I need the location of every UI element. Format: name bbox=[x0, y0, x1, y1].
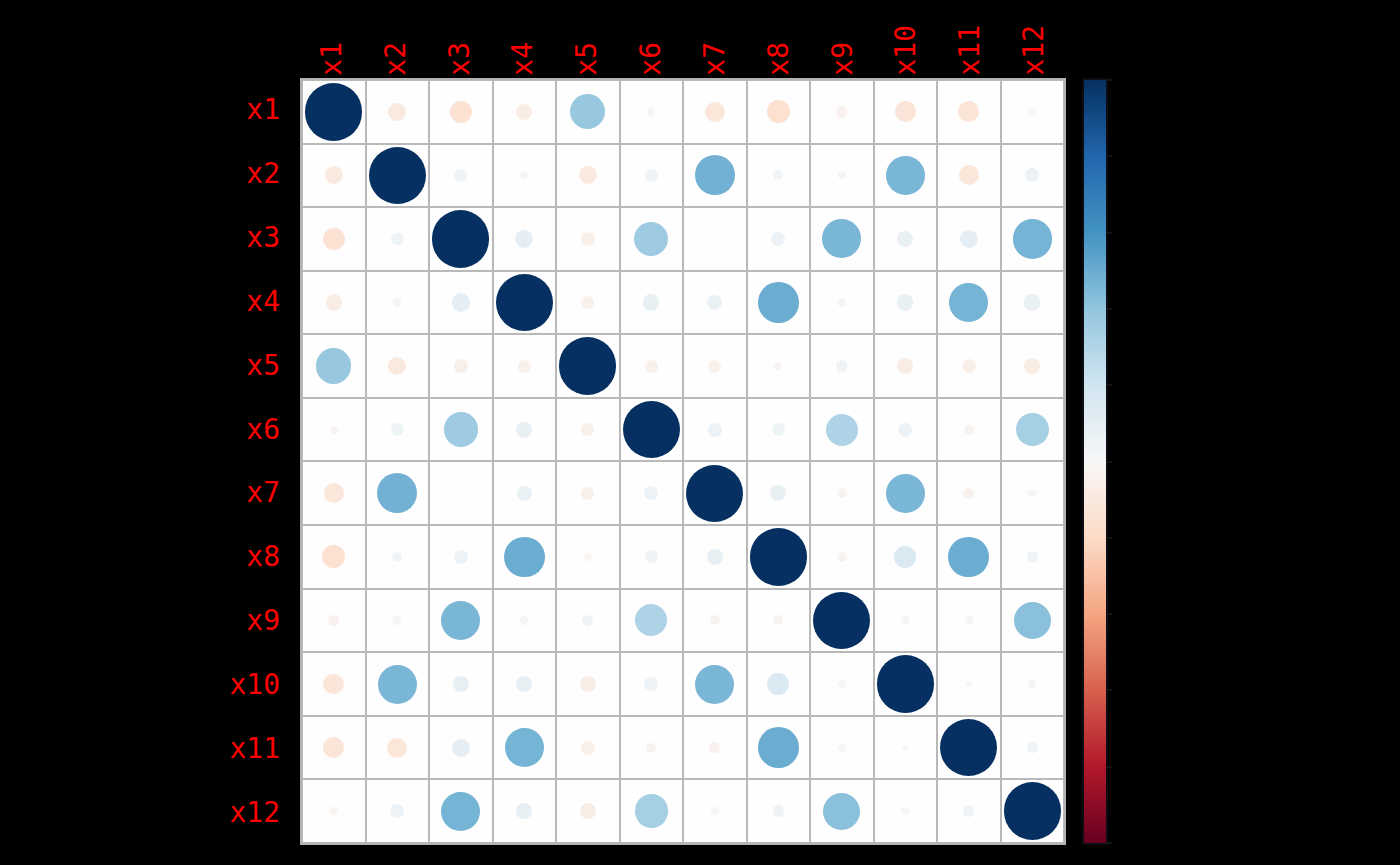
matrix-cell-x4-x2 bbox=[366, 271, 430, 335]
correlation-bubble bbox=[390, 804, 404, 818]
correlation-bubble bbox=[324, 483, 344, 503]
correlation-bubble bbox=[960, 230, 978, 248]
colorbar-tick bbox=[1106, 689, 1112, 691]
matrix-cell-x2-x8 bbox=[747, 144, 811, 208]
correlation-bubble bbox=[454, 359, 468, 373]
matrix-cell-x3-x6 bbox=[620, 207, 684, 271]
correlation-bubble bbox=[580, 803, 596, 819]
correlation-bubble bbox=[580, 676, 596, 692]
colorbar-tick bbox=[1106, 537, 1112, 539]
correlation-bubble bbox=[886, 156, 925, 195]
matrix-cell-x8-x5 bbox=[556, 525, 620, 589]
correlation-bubble bbox=[771, 232, 785, 246]
correlation-bubble bbox=[1013, 219, 1052, 258]
matrix-cell-x2-x10 bbox=[874, 144, 938, 208]
matrix-cell-x5-x1 bbox=[302, 334, 366, 398]
correlation-bubble bbox=[837, 488, 847, 498]
correlation-bubble bbox=[581, 232, 595, 246]
correlation-bubble bbox=[773, 805, 784, 816]
row-label-x11: x11 bbox=[0, 717, 290, 781]
matrix-cell-x9-x8 bbox=[747, 589, 811, 653]
matrix-cell-x5-x4 bbox=[493, 334, 557, 398]
correlation-bubble bbox=[836, 360, 847, 371]
correlation-bubble bbox=[305, 83, 362, 140]
col-label-text: x12 bbox=[1020, 25, 1048, 76]
correlation-bubble bbox=[644, 677, 658, 691]
matrix-cell-x1-x8 bbox=[747, 80, 811, 144]
matrix-cell-x11-x6 bbox=[620, 716, 684, 780]
matrix-cell-x2-x9 bbox=[810, 144, 874, 208]
correlation-bubble bbox=[1004, 782, 1061, 839]
correlation-bubble bbox=[964, 425, 974, 435]
matrix-cell-x10-x7 bbox=[683, 652, 747, 716]
correlation-bubble bbox=[758, 282, 799, 323]
correlation-bubble bbox=[520, 171, 528, 179]
correlation-bubble bbox=[516, 803, 532, 819]
correlation-bubble bbox=[708, 423, 722, 437]
col-label-x9: x9 bbox=[811, 0, 875, 82]
matrix-cell-x2-x5 bbox=[556, 144, 620, 208]
col-label-x5: x5 bbox=[555, 0, 619, 82]
correlation-bubble bbox=[838, 298, 846, 306]
correlation-bubble bbox=[708, 360, 721, 373]
matrix-cell-x5-x3 bbox=[429, 334, 493, 398]
correlation-bubble bbox=[326, 294, 342, 310]
correlation-bubble bbox=[1014, 602, 1051, 639]
correlation-bubble bbox=[441, 792, 480, 831]
matrix-cell-x12-x11 bbox=[937, 779, 1001, 843]
correlation-bubble bbox=[959, 165, 979, 185]
matrix-cell-x9-x6 bbox=[620, 589, 684, 653]
matrix-cell-x10-x1 bbox=[302, 652, 366, 716]
matrix-cell-x8-x4 bbox=[493, 525, 557, 589]
matrix-cell-x1-x7 bbox=[683, 80, 747, 144]
correlation-bubble bbox=[750, 528, 807, 585]
matrix-cell-x4-x6 bbox=[620, 271, 684, 335]
correlation-bubble bbox=[581, 487, 594, 500]
matrix-cell-x6-x6 bbox=[620, 398, 684, 462]
correlation-bubble bbox=[886, 474, 925, 513]
matrix-cell-x4-x8 bbox=[747, 271, 811, 335]
correlation-bubble bbox=[325, 166, 343, 184]
col-label-text: x6 bbox=[637, 42, 665, 76]
col-label-text: x9 bbox=[829, 42, 857, 76]
matrix-cell-x5-x12 bbox=[1001, 334, 1065, 398]
matrix-cell-x3-x2 bbox=[366, 207, 430, 271]
matrix-cell-x10-x11 bbox=[937, 652, 1001, 716]
row-label-x10: x10 bbox=[0, 653, 290, 717]
correlation-matrix-grid bbox=[300, 78, 1066, 845]
correlation-bubble bbox=[901, 616, 909, 624]
x-axis-labels: x1x2x3x4x5x6x7x8x9x10x11x12 bbox=[300, 0, 1066, 76]
colorbar-tick bbox=[1106, 155, 1112, 157]
matrix-cell-x9-x5 bbox=[556, 589, 620, 653]
matrix-cell-x5-x7 bbox=[683, 334, 747, 398]
correlation-bubble bbox=[958, 101, 979, 122]
correlation-bubble bbox=[767, 100, 790, 123]
col-label-text: x10 bbox=[892, 25, 920, 76]
matrix-cell-x11-x11 bbox=[937, 716, 1001, 780]
correlation-bubble bbox=[709, 742, 720, 753]
row-label-x3: x3 bbox=[0, 206, 290, 270]
correlation-bubble bbox=[559, 337, 616, 394]
col-label-text: x8 bbox=[765, 42, 793, 76]
correlation-plot-figure: x1x2x3x4x5x6x7x8x9x10x11x12 x1x2x3x4x5x6… bbox=[0, 0, 1400, 865]
matrix-cell-x10-x5 bbox=[556, 652, 620, 716]
matrix-cell-x10-x12 bbox=[1001, 652, 1065, 716]
matrix-cell-x8-x11 bbox=[937, 525, 1001, 589]
correlation-bubble bbox=[496, 274, 553, 331]
correlation-bubble bbox=[901, 807, 909, 815]
matrix-cell-x12-x2 bbox=[366, 779, 430, 843]
matrix-cell-x11-x10 bbox=[874, 716, 938, 780]
correlation-bubble bbox=[948, 537, 989, 578]
correlation-bubble bbox=[581, 296, 594, 309]
col-label-x4: x4 bbox=[491, 0, 555, 82]
correlation-bubble bbox=[1016, 413, 1049, 446]
correlation-bubble bbox=[645, 169, 658, 182]
correlation-bubble bbox=[452, 293, 470, 311]
colorbar-tick bbox=[1106, 766, 1112, 768]
correlation-bubble bbox=[623, 401, 680, 458]
matrix-cell-x4-x12 bbox=[1001, 271, 1065, 335]
col-label-x10: x10 bbox=[874, 0, 938, 82]
matrix-cell-x11-x5 bbox=[556, 716, 620, 780]
correlation-bubble bbox=[635, 794, 668, 827]
correlation-bubble bbox=[387, 738, 407, 758]
matrix-cell-x3-x12 bbox=[1001, 207, 1065, 271]
correlation-bubble bbox=[897, 294, 913, 310]
col-label-x7: x7 bbox=[683, 0, 747, 82]
matrix-cell-x7-x11 bbox=[937, 461, 1001, 525]
correlation-bubble bbox=[388, 357, 406, 375]
matrix-cell-x7-x10 bbox=[874, 461, 938, 525]
matrix-cell-x5-x2 bbox=[366, 334, 430, 398]
correlation-bubble bbox=[710, 615, 720, 625]
matrix-cell-x1-x10 bbox=[874, 80, 938, 144]
correlation-bubble bbox=[316, 348, 351, 383]
matrix-cell-x11-x8 bbox=[747, 716, 811, 780]
matrix-cell-x9-x10 bbox=[874, 589, 938, 653]
matrix-cell-x7-x9 bbox=[810, 461, 874, 525]
correlation-bubble bbox=[328, 615, 339, 626]
correlation-bubble bbox=[505, 728, 544, 767]
correlation-bubble bbox=[758, 727, 799, 768]
col-label-x6: x6 bbox=[619, 0, 683, 82]
matrix-cell-x9-x11 bbox=[937, 589, 1001, 653]
matrix-cell-x2-x12 bbox=[1001, 144, 1065, 208]
matrix-cell-x6-x4 bbox=[493, 398, 557, 462]
col-label-x1: x1 bbox=[300, 0, 364, 82]
y-axis-labels: x1x2x3x4x5x6x7x8x9x10x11x12 bbox=[0, 78, 290, 845]
matrix-cell-x12-x6 bbox=[620, 779, 684, 843]
col-label-x8: x8 bbox=[747, 0, 811, 82]
matrix-cell-x6-x7 bbox=[683, 398, 747, 462]
matrix-cell-x1-x2 bbox=[366, 80, 430, 144]
matrix-cell-x2-x4 bbox=[493, 144, 557, 208]
correlation-bubble bbox=[773, 170, 783, 180]
col-label-text: x5 bbox=[573, 42, 601, 76]
correlation-bubble bbox=[570, 94, 605, 129]
correlation-bubble bbox=[838, 171, 846, 179]
correlation-bubble bbox=[584, 553, 592, 561]
matrix-cell-x3-x1 bbox=[302, 207, 366, 271]
row-label-x1: x1 bbox=[0, 78, 290, 142]
matrix-cell-x2-x3 bbox=[429, 144, 493, 208]
correlation-bubble bbox=[517, 486, 532, 501]
correlation-bubble bbox=[963, 488, 974, 499]
matrix-cell-x10-x3 bbox=[429, 652, 493, 716]
matrix-cell-x11-x4 bbox=[493, 716, 557, 780]
matrix-cell-x2-x11 bbox=[937, 144, 1001, 208]
colorbar-tick bbox=[1106, 232, 1112, 234]
matrix-cell-x6-x11 bbox=[937, 398, 1001, 462]
matrix-cell-x7-x3 bbox=[429, 461, 493, 525]
correlation-bubble bbox=[838, 680, 846, 688]
correlation-bubble bbox=[711, 807, 719, 815]
col-label-x2: x2 bbox=[364, 0, 428, 82]
correlation-bubble bbox=[949, 283, 988, 322]
matrix-cell-x1-x12 bbox=[1001, 80, 1065, 144]
matrix-cell-x3-x8 bbox=[747, 207, 811, 271]
correlation-bubble bbox=[504, 537, 545, 578]
matrix-cell-x7-x4 bbox=[493, 461, 557, 525]
matrix-cell-x8-x10 bbox=[874, 525, 938, 589]
matrix-cell-x2-x6 bbox=[620, 144, 684, 208]
correlation-bubble bbox=[516, 422, 532, 438]
matrix-cell-x3-x7 bbox=[683, 207, 747, 271]
col-label-text: x3 bbox=[446, 42, 474, 76]
matrix-cell-x12-x9 bbox=[810, 779, 874, 843]
row-label-x2: x2 bbox=[0, 142, 290, 206]
matrix-cell-x9-x7 bbox=[683, 589, 747, 653]
matrix-cell-x9-x3 bbox=[429, 589, 493, 653]
colorbar-tick bbox=[1106, 613, 1112, 615]
correlation-bubble bbox=[450, 101, 472, 123]
matrix-cell-x3-x3 bbox=[429, 207, 493, 271]
colorbar-tick bbox=[1106, 79, 1112, 81]
correlation-bubble bbox=[647, 108, 655, 116]
matrix-cell-x11-x9 bbox=[810, 716, 874, 780]
correlation-bubble bbox=[581, 741, 595, 755]
correlation-bubble bbox=[454, 169, 467, 182]
correlation-bubble bbox=[441, 601, 480, 640]
matrix-cell-x4-x4 bbox=[493, 271, 557, 335]
correlation-bubble bbox=[895, 101, 916, 122]
correlation-bubble bbox=[1025, 168, 1039, 182]
correlation-bubble bbox=[898, 423, 912, 437]
matrix-cell-x6-x3 bbox=[429, 398, 493, 462]
matrix-cell-x12-x12 bbox=[1001, 779, 1065, 843]
matrix-cell-x6-x1 bbox=[302, 398, 366, 462]
matrix-cell-x5-x9 bbox=[810, 334, 874, 398]
matrix-cell-x8-x1 bbox=[302, 525, 366, 589]
correlation-bubble bbox=[645, 360, 658, 373]
correlation-bubble bbox=[836, 106, 847, 117]
correlation-bubble bbox=[581, 423, 594, 436]
correlation-bubble bbox=[695, 665, 734, 704]
matrix-cell-x4-x5 bbox=[556, 271, 620, 335]
matrix-cell-x11-x2 bbox=[366, 716, 430, 780]
matrix-cell-x6-x12 bbox=[1001, 398, 1065, 462]
matrix-cell-x8-x6 bbox=[620, 525, 684, 589]
matrix-cell-x3-x9 bbox=[810, 207, 874, 271]
correlation-bubble bbox=[393, 616, 401, 624]
correlation-bubble bbox=[897, 358, 913, 374]
correlation-bubble bbox=[1024, 294, 1040, 310]
correlation-bubble bbox=[1028, 108, 1036, 116]
row-label-x6: x6 bbox=[0, 398, 290, 462]
matrix-cell-x6-x9 bbox=[810, 398, 874, 462]
correlation-bubble bbox=[454, 550, 468, 564]
matrix-cell-x5-x11 bbox=[937, 334, 1001, 398]
colorbar-tick bbox=[1106, 461, 1112, 463]
colorbar bbox=[1082, 78, 1108, 845]
correlation-bubble bbox=[962, 359, 976, 373]
correlation-bubble bbox=[837, 552, 847, 562]
matrix-cell-x1-x4 bbox=[493, 80, 557, 144]
matrix-cell-x12-x10 bbox=[874, 779, 938, 843]
correlation-bubble bbox=[323, 228, 345, 250]
correlation-bubble bbox=[773, 615, 783, 625]
correlation-bubble bbox=[377, 473, 417, 513]
matrix-cell-x8-x7 bbox=[683, 525, 747, 589]
correlation-bubble bbox=[707, 549, 723, 565]
correlation-bubble bbox=[1028, 680, 1036, 688]
correlation-bubble bbox=[643, 294, 659, 310]
matrix-cell-x8-x12 bbox=[1001, 525, 1065, 589]
matrix-cell-x7-x6 bbox=[620, 461, 684, 525]
row-label-x9: x9 bbox=[0, 589, 290, 653]
matrix-cell-x4-x1 bbox=[302, 271, 366, 335]
row-label-x8: x8 bbox=[0, 525, 290, 589]
matrix-cell-x4-x7 bbox=[683, 271, 747, 335]
correlation-bubble bbox=[323, 674, 344, 695]
matrix-cell-x10-x4 bbox=[493, 652, 557, 716]
matrix-cell-x6-x2 bbox=[366, 398, 430, 462]
matrix-cell-x12-x4 bbox=[493, 779, 557, 843]
correlation-bubble bbox=[686, 465, 743, 522]
matrix-cell-x5-x6 bbox=[620, 334, 684, 398]
matrix-cell-x5-x8 bbox=[747, 334, 811, 398]
matrix-cell-x9-x1 bbox=[302, 589, 366, 653]
col-label-text: x11 bbox=[956, 25, 984, 76]
matrix-cell-x6-x8 bbox=[747, 398, 811, 462]
col-label-x11: x11 bbox=[938, 0, 1002, 82]
matrix-cell-x6-x10 bbox=[874, 398, 938, 462]
matrix-cell-x5-x10 bbox=[874, 334, 938, 398]
matrix-cell-x7-x2 bbox=[366, 461, 430, 525]
correlation-bubble bbox=[369, 147, 426, 204]
correlation-bubble bbox=[645, 550, 658, 563]
correlation-bubble bbox=[774, 362, 782, 370]
correlation-bubble bbox=[520, 616, 528, 624]
matrix-cell-x11-x1 bbox=[302, 716, 366, 780]
correlation-bubble bbox=[823, 793, 860, 830]
correlation-bubble bbox=[894, 546, 916, 568]
correlation-bubble bbox=[452, 739, 470, 757]
matrix-cell-x10-x8 bbox=[747, 652, 811, 716]
correlation-bubble bbox=[635, 604, 667, 636]
matrix-cell-x2-x2 bbox=[366, 144, 430, 208]
matrix-cell-x2-x1 bbox=[302, 144, 366, 208]
correlation-bubble bbox=[902, 745, 908, 751]
correlation-bubble bbox=[634, 222, 668, 256]
matrix-cell-x8-x9 bbox=[810, 525, 874, 589]
matrix-cell-x3-x11 bbox=[937, 207, 1001, 271]
matrix-cell-x1-x3 bbox=[429, 80, 493, 144]
matrix-cell-x12-x8 bbox=[747, 779, 811, 843]
col-label-x3: x3 bbox=[428, 0, 492, 82]
matrix-cell-x7-x7 bbox=[683, 461, 747, 525]
colorbar-tick bbox=[1106, 308, 1112, 310]
correlation-bubble bbox=[897, 231, 913, 247]
correlation-bubble bbox=[322, 545, 345, 568]
matrix-cell-x12-x7 bbox=[683, 779, 747, 843]
matrix-cell-x5-x5 bbox=[556, 334, 620, 398]
matrix-cell-x8-x3 bbox=[429, 525, 493, 589]
matrix-cell-x10-x9 bbox=[810, 652, 874, 716]
col-label-text: x2 bbox=[382, 42, 410, 76]
correlation-bubble bbox=[582, 615, 593, 626]
row-label-x7: x7 bbox=[0, 462, 290, 526]
matrix-cell-x3-x4 bbox=[493, 207, 557, 271]
correlation-bubble bbox=[963, 805, 974, 816]
matrix-cell-x4-x10 bbox=[874, 271, 938, 335]
matrix-cell-x10-x2 bbox=[366, 652, 430, 716]
correlation-bubble bbox=[646, 743, 656, 753]
matrix-cell-x12-x1 bbox=[302, 779, 366, 843]
row-label-x12: x12 bbox=[0, 781, 290, 845]
correlation-bubble bbox=[378, 665, 417, 704]
correlation-bubble bbox=[813, 592, 870, 649]
correlation-bubble bbox=[330, 807, 338, 815]
correlation-bubble bbox=[644, 486, 658, 500]
correlation-bubble bbox=[516, 676, 532, 692]
matrix-cell-x7-x12 bbox=[1001, 461, 1065, 525]
colorbar-tick bbox=[1106, 842, 1112, 844]
correlation-bubble bbox=[453, 676, 469, 692]
matrix-cell-x8-x2 bbox=[366, 525, 430, 589]
correlation-bubble bbox=[767, 673, 789, 695]
correlation-bubble bbox=[966, 681, 972, 687]
matrix-cell-x7-x1 bbox=[302, 461, 366, 525]
matrix-cell-x1-x5 bbox=[556, 80, 620, 144]
correlation-bubble bbox=[579, 166, 597, 184]
col-label-text: x1 bbox=[318, 42, 346, 76]
matrix-cell-x9-x9 bbox=[810, 589, 874, 653]
correlation-bubble bbox=[822, 219, 861, 258]
matrix-cell-x1-x11 bbox=[937, 80, 1001, 144]
correlation-bubble bbox=[391, 233, 404, 246]
correlation-bubble bbox=[770, 485, 786, 501]
correlation-bubble bbox=[388, 103, 406, 121]
correlation-bubble bbox=[940, 719, 997, 776]
correlation-bubble bbox=[392, 552, 402, 562]
correlation-bubble bbox=[705, 102, 725, 122]
correlation-bubble bbox=[838, 744, 846, 752]
matrix-cell-x4-x11 bbox=[937, 271, 1001, 335]
correlation-bubble bbox=[515, 230, 533, 248]
matrix-cell-x7-x8 bbox=[747, 461, 811, 525]
matrix-cell-x2-x7 bbox=[683, 144, 747, 208]
col-label-text: x4 bbox=[509, 42, 537, 76]
matrix-cell-x12-x3 bbox=[429, 779, 493, 843]
correlation-bubble bbox=[1028, 489, 1036, 497]
matrix-cell-x3-x5 bbox=[556, 207, 620, 271]
matrix-cell-x6-x5 bbox=[556, 398, 620, 462]
matrix-cell-x11-x3 bbox=[429, 716, 493, 780]
